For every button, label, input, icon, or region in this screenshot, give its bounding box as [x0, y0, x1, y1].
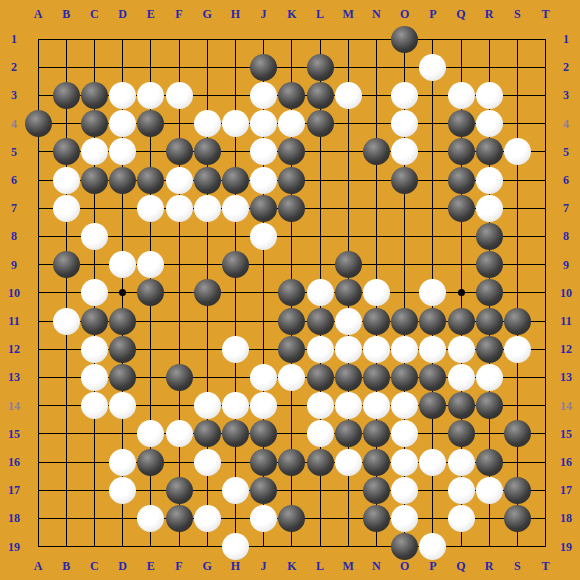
white-stone [391, 138, 418, 165]
row-label-right-8: 8 [552, 229, 580, 243]
white-stone [448, 336, 475, 363]
white-stone [81, 364, 108, 391]
white-stone [476, 110, 503, 137]
col-label-bottom-B: B [52, 559, 80, 573]
row-label-left-6: 6 [0, 173, 28, 187]
white-stone [278, 364, 305, 391]
col-label-bottom-D: D [109, 559, 137, 573]
black-stone [448, 420, 475, 447]
col-label-top-Q: Q [447, 7, 475, 21]
col-label-top-G: G [193, 7, 221, 21]
white-stone [250, 392, 277, 419]
white-stone [81, 223, 108, 250]
black-stone [278, 138, 305, 165]
white-stone [448, 449, 475, 476]
black-stone [476, 138, 503, 165]
white-stone [250, 223, 277, 250]
grid-line [545, 39, 546, 548]
white-stone [194, 110, 221, 137]
row-label-right-15: 15 [552, 427, 580, 441]
row-label-left-16: 16 [0, 455, 28, 469]
row-label-right-4: 4 [552, 117, 580, 131]
black-stone [476, 251, 503, 278]
white-stone [363, 279, 390, 306]
row-label-left-7: 7 [0, 201, 28, 215]
black-stone [307, 110, 334, 137]
black-stone [363, 420, 390, 447]
row-label-left-10: 10 [0, 286, 28, 300]
black-stone [363, 138, 390, 165]
black-stone [307, 54, 334, 81]
white-stone [109, 449, 136, 476]
black-stone [335, 279, 362, 306]
black-stone [53, 82, 80, 109]
black-stone [166, 505, 193, 532]
black-stone [250, 54, 277, 81]
white-stone [166, 82, 193, 109]
row-label-right-6: 6 [552, 173, 580, 187]
white-stone [476, 477, 503, 504]
col-label-bottom-E: E [137, 559, 165, 573]
black-stone [476, 223, 503, 250]
white-stone [53, 195, 80, 222]
black-stone [419, 364, 446, 391]
white-stone [391, 110, 418, 137]
row-label-left-12: 12 [0, 342, 28, 356]
white-stone [335, 392, 362, 419]
col-label-top-H: H [221, 7, 249, 21]
white-stone [307, 420, 334, 447]
col-label-bottom-T: T [532, 559, 560, 573]
col-label-top-S: S [503, 7, 531, 21]
col-label-top-F: F [165, 7, 193, 21]
row-label-right-2: 2 [552, 60, 580, 74]
row-label-right-5: 5 [552, 145, 580, 159]
row-label-left-3: 3 [0, 88, 28, 102]
col-label-top-E: E [137, 7, 165, 21]
black-stone [419, 308, 446, 335]
white-stone [448, 82, 475, 109]
black-stone [166, 364, 193, 391]
col-label-top-B: B [52, 7, 80, 21]
col-label-bottom-L: L [306, 559, 334, 573]
black-stone [391, 26, 418, 53]
row-label-right-12: 12 [552, 342, 580, 356]
white-stone [419, 449, 446, 476]
white-stone [307, 336, 334, 363]
black-stone [194, 138, 221, 165]
col-label-top-D: D [109, 7, 137, 21]
black-stone [194, 167, 221, 194]
black-stone [504, 308, 531, 335]
black-stone [448, 110, 475, 137]
row-label-right-7: 7 [552, 201, 580, 215]
col-label-top-R: R [475, 7, 503, 21]
black-stone [307, 364, 334, 391]
black-stone [278, 167, 305, 194]
row-label-left-2: 2 [0, 60, 28, 74]
black-stone [53, 138, 80, 165]
black-stone [476, 308, 503, 335]
white-stone [278, 110, 305, 137]
white-stone [222, 195, 249, 222]
col-label-bottom-P: P [419, 559, 447, 573]
black-stone [137, 110, 164, 137]
white-stone [109, 138, 136, 165]
black-stone [307, 449, 334, 476]
black-stone [363, 308, 390, 335]
white-stone [335, 308, 362, 335]
black-stone [307, 308, 334, 335]
row-label-left-17: 17 [0, 483, 28, 497]
black-stone [448, 392, 475, 419]
row-label-right-13: 13 [552, 370, 580, 384]
col-label-bottom-G: G [193, 559, 221, 573]
black-stone [137, 279, 164, 306]
white-stone [194, 505, 221, 532]
row-label-left-13: 13 [0, 370, 28, 384]
white-stone [250, 505, 277, 532]
white-stone [137, 505, 164, 532]
white-stone [166, 195, 193, 222]
col-label-top-O: O [391, 7, 419, 21]
black-stone [81, 110, 108, 137]
black-stone [25, 110, 52, 137]
row-label-right-3: 3 [552, 88, 580, 102]
white-stone [53, 167, 80, 194]
white-stone [391, 336, 418, 363]
go-board-app: AABBCCDDEEFFGGHHJJKKLLMMNNOOPPQQRRSSTT11… [0, 0, 580, 580]
white-stone [250, 138, 277, 165]
black-stone [307, 82, 334, 109]
row-label-right-17: 17 [552, 483, 580, 497]
black-stone [278, 449, 305, 476]
white-stone [194, 195, 221, 222]
grid-line [517, 39, 518, 548]
white-stone [419, 336, 446, 363]
col-label-bottom-H: H [221, 559, 249, 573]
black-stone [109, 167, 136, 194]
grid-line [38, 546, 547, 547]
white-stone [81, 279, 108, 306]
white-stone [109, 82, 136, 109]
white-stone [476, 82, 503, 109]
white-stone [166, 420, 193, 447]
white-stone [391, 82, 418, 109]
col-label-top-C: C [80, 7, 108, 21]
col-label-bottom-N: N [362, 559, 390, 573]
black-stone [250, 449, 277, 476]
row-label-left-5: 5 [0, 145, 28, 159]
white-stone [448, 477, 475, 504]
row-label-left-18: 18 [0, 511, 28, 525]
white-stone [81, 336, 108, 363]
white-stone [222, 533, 249, 560]
black-stone [53, 251, 80, 278]
black-stone [335, 251, 362, 278]
white-stone [363, 336, 390, 363]
black-stone [137, 167, 164, 194]
black-stone [448, 308, 475, 335]
col-label-bottom-F: F [165, 559, 193, 573]
white-stone [166, 167, 193, 194]
white-stone [391, 392, 418, 419]
white-stone [81, 392, 108, 419]
black-stone [194, 279, 221, 306]
black-stone [109, 364, 136, 391]
black-stone [476, 336, 503, 363]
black-stone [504, 505, 531, 532]
white-stone [504, 138, 531, 165]
col-label-top-L: L [306, 7, 334, 21]
black-stone [335, 420, 362, 447]
col-label-bottom-J: J [250, 559, 278, 573]
black-stone [222, 167, 249, 194]
black-stone [222, 420, 249, 447]
row-label-left-9: 9 [0, 258, 28, 272]
white-stone [222, 392, 249, 419]
black-stone [278, 336, 305, 363]
black-stone [109, 336, 136, 363]
white-stone [250, 110, 277, 137]
row-label-left-14: 14 [0, 399, 28, 413]
col-label-bottom-K: K [278, 559, 306, 573]
black-stone [363, 505, 390, 532]
white-stone [391, 449, 418, 476]
white-stone [476, 364, 503, 391]
col-label-bottom-C: C [80, 559, 108, 573]
row-label-left-15: 15 [0, 427, 28, 441]
black-stone [363, 364, 390, 391]
col-label-top-N: N [362, 7, 390, 21]
black-stone [109, 308, 136, 335]
black-stone [278, 195, 305, 222]
black-stone [137, 449, 164, 476]
col-label-top-P: P [419, 7, 447, 21]
white-stone [448, 505, 475, 532]
col-label-top-K: K [278, 7, 306, 21]
black-stone [278, 308, 305, 335]
black-stone [278, 279, 305, 306]
row-label-right-16: 16 [552, 455, 580, 469]
black-stone [81, 308, 108, 335]
row-label-left-1: 1 [0, 32, 28, 46]
col-label-bottom-Q: Q [447, 559, 475, 573]
col-label-bottom-A: A [24, 559, 52, 573]
white-stone [391, 477, 418, 504]
black-stone [419, 392, 446, 419]
white-stone [391, 505, 418, 532]
col-label-bottom-R: R [475, 559, 503, 573]
white-stone [391, 420, 418, 447]
black-stone [476, 392, 503, 419]
white-stone [419, 533, 446, 560]
col-label-top-T: T [532, 7, 560, 21]
white-stone [109, 110, 136, 137]
white-stone [419, 279, 446, 306]
row-label-right-10: 10 [552, 286, 580, 300]
white-stone [222, 477, 249, 504]
white-stone [448, 364, 475, 391]
white-stone [363, 392, 390, 419]
black-stone [250, 195, 277, 222]
white-stone [194, 449, 221, 476]
black-stone [166, 477, 193, 504]
white-stone [194, 392, 221, 419]
row-label-right-18: 18 [552, 511, 580, 525]
col-label-bottom-O: O [391, 559, 419, 573]
black-stone [504, 477, 531, 504]
white-stone [109, 251, 136, 278]
star-point [119, 289, 126, 296]
col-label-top-M: M [334, 7, 362, 21]
white-stone [222, 336, 249, 363]
row-label-right-14: 14 [552, 399, 580, 413]
white-stone [53, 308, 80, 335]
black-stone [391, 167, 418, 194]
white-stone [307, 392, 334, 419]
col-label-bottom-M: M [334, 559, 362, 573]
black-stone [278, 82, 305, 109]
row-label-right-1: 1 [552, 32, 580, 46]
white-stone [250, 167, 277, 194]
black-stone [81, 82, 108, 109]
white-stone [137, 82, 164, 109]
row-label-left-4: 4 [0, 117, 28, 131]
black-stone [335, 364, 362, 391]
col-label-bottom-S: S [503, 559, 531, 573]
black-stone [391, 364, 418, 391]
black-stone [476, 279, 503, 306]
white-stone [137, 195, 164, 222]
row-label-left-8: 8 [0, 229, 28, 243]
white-stone [335, 336, 362, 363]
white-stone [137, 420, 164, 447]
black-stone [448, 167, 475, 194]
white-stone [109, 477, 136, 504]
row-label-left-11: 11 [0, 314, 28, 328]
white-stone [335, 449, 362, 476]
black-stone [391, 533, 418, 560]
white-stone [476, 167, 503, 194]
star-point [458, 289, 465, 296]
black-stone [391, 308, 418, 335]
white-stone [109, 392, 136, 419]
white-stone [250, 364, 277, 391]
black-stone [250, 477, 277, 504]
black-stone [476, 449, 503, 476]
black-stone [363, 477, 390, 504]
black-stone [194, 420, 221, 447]
white-stone [81, 138, 108, 165]
black-stone [278, 505, 305, 532]
white-stone [335, 82, 362, 109]
row-label-right-9: 9 [552, 258, 580, 272]
black-stone [504, 420, 531, 447]
white-stone [476, 195, 503, 222]
white-stone [222, 110, 249, 137]
black-stone [222, 251, 249, 278]
black-stone [81, 167, 108, 194]
black-stone [166, 138, 193, 165]
white-stone [504, 336, 531, 363]
col-label-top-A: A [24, 7, 52, 21]
white-stone [250, 82, 277, 109]
row-label-right-11: 11 [552, 314, 580, 328]
white-stone [419, 54, 446, 81]
row-label-right-19: 19 [552, 540, 580, 554]
col-label-top-J: J [250, 7, 278, 21]
black-stone [448, 195, 475, 222]
black-stone [363, 449, 390, 476]
black-stone [448, 138, 475, 165]
row-label-left-19: 19 [0, 540, 28, 554]
black-stone [250, 420, 277, 447]
white-stone [307, 279, 334, 306]
white-stone [137, 251, 164, 278]
